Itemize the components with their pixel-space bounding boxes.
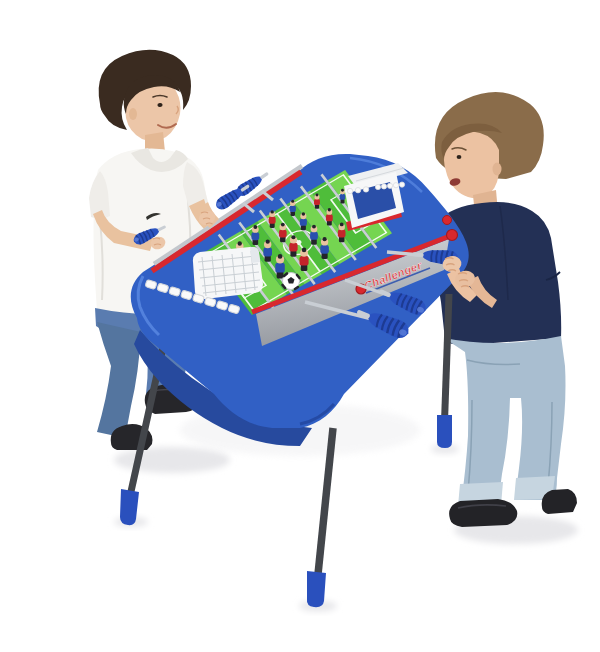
figure-blue: [263, 240, 272, 262]
left-boy-ear: [129, 108, 137, 120]
figure-blue: [300, 212, 307, 230]
leg-foot: [437, 415, 452, 448]
photo-stage: Challenger: [0, 0, 600, 652]
right-boy-eye: [457, 155, 462, 159]
figure-red: [279, 223, 287, 243]
match-ball: [283, 273, 300, 290]
leg-foot: [307, 571, 326, 607]
rail-knob-right: [447, 230, 458, 241]
right-boy-front-shoe: [449, 499, 517, 527]
figure-blue: [290, 200, 296, 216]
figure-blue: [320, 237, 328, 259]
score-bead: [375, 184, 380, 189]
figure-blue: [340, 189, 346, 204]
figure-red: [314, 194, 320, 209]
near-goal: [193, 247, 263, 299]
figure-blue: [310, 225, 318, 245]
figure-red: [289, 235, 297, 257]
score-bead: [387, 183, 392, 188]
right-boy-back-shoe: [542, 489, 577, 514]
figure-red: [269, 210, 276, 228]
right-boy: [435, 92, 577, 527]
rail-knob-corner: [443, 216, 452, 225]
score-bead: [399, 182, 404, 187]
right-boy-ear: [493, 163, 502, 176]
figure-red: [326, 208, 333, 225]
left-boy-jeans-left-leg: [97, 322, 141, 438]
figure-red: [300, 248, 309, 271]
figure-red: [338, 223, 346, 243]
score-bead: [381, 184, 386, 189]
score-bead: [393, 183, 398, 188]
score-bead: [347, 188, 352, 193]
score-bead: [363, 187, 368, 192]
score-bead: [355, 188, 360, 193]
figure-blue: [251, 225, 259, 245]
